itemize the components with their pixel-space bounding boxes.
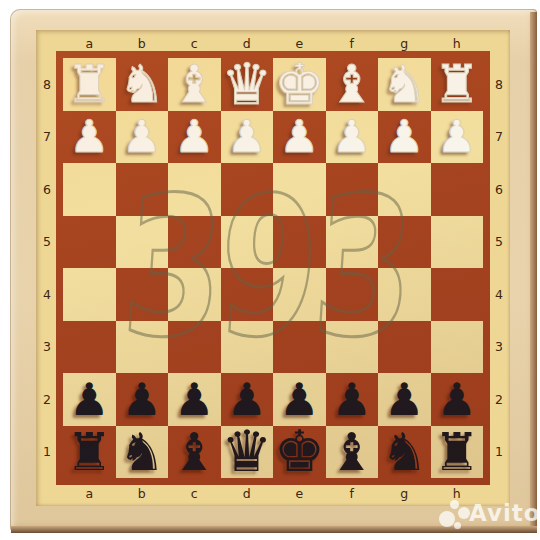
piece-black-n-g1[interactable]: ♞ [381,426,428,478]
piece-white-n-g8[interactable]: ♞ [381,58,428,110]
piece-black-p-f2[interactable]: ♟ [332,377,372,422]
file-label-a: a [63,36,116,52]
piece-white-k-e8[interactable]: ♚ [274,56,325,113]
rank-label-6: 6 [39,163,55,216]
square-a3[interactable] [63,321,116,374]
piece-black-p-b2[interactable]: ♟ [122,377,162,422]
square-d4[interactable] [221,268,274,321]
rank-label-3: 3 [39,321,55,374]
square-g6[interactable] [378,163,431,216]
square-c3[interactable] [168,321,221,374]
file-label-b: b [116,486,169,502]
piece-white-r-h8[interactable]: ♜ [433,58,480,110]
file-label-e: e [273,36,326,52]
product-photo: ♜♞♝♛♚♝♞♜♟♟♟♟♟♟♟♟♟♟♟♟♟♟♟♟♜♞♝♛♚♝♞♜ abcdefg… [0,0,540,540]
rank-label-4: 4 [491,268,507,321]
square-f1[interactable]: ♝ [326,426,379,479]
file-label-e: e [273,486,326,502]
rank-label-1: 1 [39,426,55,479]
square-a8[interactable]: ♜ [63,58,116,111]
piece-black-r-h1[interactable]: ♜ [433,426,480,478]
square-b6[interactable] [116,163,169,216]
square-d6[interactable] [221,163,274,216]
rank-labels-left: 87654321 [39,58,55,478]
square-b8[interactable]: ♞ [116,58,169,111]
square-a4[interactable] [63,268,116,321]
file-label-d: d [221,486,274,502]
square-e6[interactable] [273,163,326,216]
square-a2[interactable]: ♟ [63,373,116,426]
square-c8[interactable]: ♝ [168,58,221,111]
file-label-c: c [168,486,221,502]
frame-edge-bottom [11,526,537,533]
piece-white-q-d8[interactable]: ♛ [221,56,272,113]
square-d7[interactable]: ♟ [221,111,274,164]
square-b5[interactable] [116,216,169,269]
piece-white-n-b8[interactable]: ♞ [118,58,165,110]
square-c2[interactable]: ♟ [168,373,221,426]
board-grid: ♜♞♝♛♚♝♞♜♟♟♟♟♟♟♟♟♟♟♟♟♟♟♟♟♜♞♝♛♚♝♞♜ [63,58,483,478]
frame-edge-right [530,12,537,530]
square-e3[interactable] [273,321,326,374]
square-h7[interactable]: ♟ [431,111,484,164]
square-d1[interactable]: ♛ [221,426,274,479]
rank-label-7: 7 [491,111,507,164]
square-b1[interactable]: ♞ [116,426,169,479]
file-label-c: c [168,36,221,52]
piece-black-p-d2[interactable]: ♟ [227,377,267,422]
square-d5[interactable] [221,216,274,269]
square-g8[interactable]: ♞ [378,58,431,111]
square-e7[interactable]: ♟ [273,111,326,164]
square-d8[interactable]: ♛ [221,58,274,111]
square-g7[interactable]: ♟ [378,111,431,164]
rank-label-3: 3 [491,321,507,374]
piece-white-p-c7[interactable]: ♟ [174,114,214,159]
square-g4[interactable] [378,268,431,321]
square-c7[interactable]: ♟ [168,111,221,164]
square-h6[interactable] [431,163,484,216]
square-f6[interactable] [326,163,379,216]
piece-black-p-h2[interactable]: ♟ [437,377,477,422]
square-c4[interactable] [168,268,221,321]
square-f4[interactable] [326,268,379,321]
square-c1[interactable]: ♝ [168,426,221,479]
square-d3[interactable] [221,321,274,374]
square-g3[interactable] [378,321,431,374]
square-e8[interactable]: ♚ [273,58,326,111]
square-h5[interactable] [431,216,484,269]
piece-black-p-c2[interactable]: ♟ [174,377,214,422]
file-label-f: f [326,36,379,52]
file-label-g: g [378,486,431,502]
square-a7[interactable]: ♟ [63,111,116,164]
square-g2[interactable]: ♟ [378,373,431,426]
piece-white-p-a7[interactable]: ♟ [69,114,109,159]
rank-label-7: 7 [39,111,55,164]
file-label-b: b [116,36,169,52]
file-label-h: h [431,486,484,502]
square-e1[interactable]: ♚ [273,426,326,479]
piece-black-p-g2[interactable]: ♟ [384,377,424,422]
file-label-g: g [378,36,431,52]
square-f8[interactable]: ♝ [326,58,379,111]
square-f3[interactable] [326,321,379,374]
piece-white-p-g7[interactable]: ♟ [384,114,424,159]
square-h3[interactable] [431,321,484,374]
piece-black-p-e2[interactable]: ♟ [279,377,319,422]
square-b2[interactable]: ♟ [116,373,169,426]
piece-black-p-a2[interactable]: ♟ [69,377,109,422]
square-h1[interactable]: ♜ [431,426,484,479]
square-b4[interactable] [116,268,169,321]
square-b3[interactable] [116,321,169,374]
file-label-h: h [431,36,484,52]
square-h4[interactable] [431,268,484,321]
file-label-d: d [221,36,274,52]
square-f7[interactable]: ♟ [326,111,379,164]
piece-white-p-b7[interactable]: ♟ [122,114,162,159]
piece-white-p-d7[interactable]: ♟ [227,114,267,159]
piece-black-b-f1[interactable]: ♝ [328,426,375,478]
square-b7[interactable]: ♟ [116,111,169,164]
piece-white-b-f8[interactable]: ♝ [328,58,375,110]
rank-label-5: 5 [491,216,507,269]
square-c6[interactable] [168,163,221,216]
rank-label-2: 2 [491,373,507,426]
file-labels-bottom: abcdefgh [63,486,483,502]
square-a1[interactable]: ♜ [63,426,116,479]
square-e5[interactable] [273,216,326,269]
square-h8[interactable]: ♜ [431,58,484,111]
square-e4[interactable] [273,268,326,321]
piece-white-p-h7[interactable]: ♟ [437,114,477,159]
piece-white-b-c8[interactable]: ♝ [171,58,218,110]
square-g5[interactable] [378,216,431,269]
square-h2[interactable]: ♟ [431,373,484,426]
file-label-f: f [326,486,379,502]
file-label-a: a [63,486,116,502]
piece-black-k-e1[interactable]: ♚ [274,423,325,480]
piece-white-r-a8[interactable]: ♜ [66,58,113,110]
rank-label-8: 8 [39,58,55,111]
rank-label-6: 6 [491,163,507,216]
rank-label-4: 4 [39,268,55,321]
square-g1[interactable]: ♞ [378,426,431,479]
piece-black-r-a1[interactable]: ♜ [66,426,113,478]
square-a6[interactable] [63,163,116,216]
rank-label-8: 8 [491,58,507,111]
piece-white-p-e7[interactable]: ♟ [279,114,319,159]
square-f5[interactable] [326,216,379,269]
rank-labels-right: 87654321 [491,58,507,478]
square-c5[interactable] [168,216,221,269]
rank-label-5: 5 [39,216,55,269]
piece-black-q-d1[interactable]: ♛ [221,423,272,480]
piece-black-b-c1[interactable]: ♝ [171,426,218,478]
piece-white-p-f7[interactable]: ♟ [332,114,372,159]
rank-label-1: 1 [491,426,507,479]
piece-black-n-b1[interactable]: ♞ [118,426,165,478]
square-a5[interactable] [63,216,116,269]
rank-label-2: 2 [39,373,55,426]
file-labels-top: abcdefgh [63,36,483,52]
square-f2[interactable]: ♟ [326,373,379,426]
